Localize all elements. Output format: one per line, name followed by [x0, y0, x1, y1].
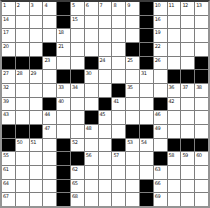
cell-r12c7[interactable]: 56	[85, 152, 98, 165]
cell-r12c1[interactable]: 55	[2, 152, 15, 165]
clue-number: 21	[58, 43, 63, 49]
cell-r2c8[interactable]	[99, 16, 112, 29]
cell-r2c2[interactable]	[16, 16, 29, 29]
cell-r10c5[interactable]	[57, 125, 70, 138]
cell-r11c4[interactable]	[43, 139, 56, 152]
clue-number: 65	[72, 180, 77, 186]
clue-number: 60	[196, 152, 201, 158]
clue-number: 64	[3, 180, 8, 186]
block-cell-r15c5	[57, 193, 70, 206]
cell-r10c8[interactable]	[99, 125, 112, 138]
cell-r12c10[interactable]	[126, 152, 139, 165]
clue-number: 29	[31, 70, 36, 76]
clue-number: 55	[3, 152, 8, 158]
block-cell-r7c9	[112, 84, 125, 97]
block-cell-r8c12	[154, 98, 167, 111]
cell-r7c7[interactable]	[85, 84, 98, 97]
block-cell-r5c1	[2, 57, 15, 70]
cell-r8c14[interactable]	[181, 98, 194, 111]
cell-r4c12[interactable]: 22	[154, 43, 167, 56]
block-cell-r8c8	[99, 98, 112, 111]
cell-r14c14[interactable]	[181, 180, 194, 193]
cell-r2c3[interactable]	[30, 16, 43, 29]
cell-r7c11[interactable]	[140, 84, 153, 97]
cell-r14c7[interactable]	[85, 180, 98, 193]
cell-r12c9[interactable]: 57	[112, 152, 125, 165]
cell-r8c11[interactable]	[140, 98, 153, 111]
cell-r1c13[interactable]: 11	[168, 2, 181, 15]
cell-r3c12[interactable]: 19	[154, 29, 167, 42]
cell-r13c3[interactable]	[30, 166, 43, 179]
cell-r14c9[interactable]	[112, 180, 125, 193]
cell-r4c13[interactable]	[168, 43, 181, 56]
clue-number: 37	[182, 84, 187, 90]
cell-r15c12[interactable]: 69	[154, 193, 167, 206]
cell-r13c4[interactable]	[43, 166, 56, 179]
clue-number: 33	[58, 84, 63, 90]
clue-number: 62	[72, 166, 77, 172]
clue-number: 61	[3, 166, 8, 172]
block-cell-r13c5	[57, 166, 70, 179]
clue-number: 13	[196, 2, 201, 8]
clue-number: 16	[155, 16, 160, 22]
crossword-puzzle: 1234567891011121314151617181920212223242…	[0, 0, 210, 208]
cell-r3c5[interactable]: 18	[57, 29, 70, 42]
cell-r1c8[interactable]: 7	[99, 2, 112, 15]
cell-r9c1[interactable]: 43	[2, 111, 15, 124]
cell-r3c14[interactable]	[181, 29, 194, 42]
cell-r8c10[interactable]	[126, 98, 139, 111]
cell-r9c14[interactable]	[181, 111, 194, 124]
block-cell-r1c5	[57, 2, 70, 15]
cell-r5c13[interactable]	[168, 57, 181, 70]
cell-r3c6[interactable]	[71, 29, 84, 42]
clue-number: 44	[44, 111, 49, 117]
clue-number: 45	[100, 111, 105, 117]
cell-r10c13[interactable]	[168, 125, 181, 138]
clue-number: 17	[3, 29, 8, 35]
cell-r2c7[interactable]	[85, 16, 98, 29]
clue-number: 41	[113, 98, 118, 104]
block-cell-r10c10	[126, 125, 139, 138]
cell-r3c8[interactable]	[99, 29, 112, 42]
cell-r13c7[interactable]	[85, 166, 98, 179]
block-cell-r4c11	[140, 43, 153, 56]
cell-r1c7[interactable]: 6	[85, 2, 98, 15]
cell-r14c10[interactable]	[126, 180, 139, 193]
cell-r13c12[interactable]: 63	[154, 166, 167, 179]
block-cell-r11c5	[57, 139, 70, 152]
cell-r13c2[interactable]	[16, 166, 29, 179]
cell-r15c4[interactable]	[43, 193, 56, 206]
cell-r6c10[interactable]	[126, 70, 139, 83]
block-cell-r5c15	[195, 57, 208, 70]
cell-r15c14[interactable]	[181, 193, 194, 206]
block-cell-r14c5	[57, 180, 70, 193]
cell-r13c10[interactable]	[126, 166, 139, 179]
cell-r2c14[interactable]	[181, 16, 194, 29]
cell-r15c1[interactable]: 67	[2, 193, 15, 206]
cell-r2c15[interactable]	[195, 16, 208, 29]
cell-r11c2[interactable]: 50	[16, 139, 29, 152]
clue-number: 19	[155, 29, 160, 35]
clue-number: 47	[44, 125, 49, 131]
cell-r14c1[interactable]: 64	[2, 180, 15, 193]
cell-r4c3[interactable]	[30, 43, 43, 56]
clue-number: 43	[3, 111, 8, 117]
block-cell-r2c5	[57, 16, 70, 29]
block-cell-r11c15	[195, 139, 208, 152]
cell-r7c8[interactable]	[99, 84, 112, 97]
block-cell-r10c3	[30, 125, 43, 138]
clue-number: 53	[127, 139, 132, 145]
block-cell-r6c14	[181, 70, 194, 83]
cell-r14c8[interactable]	[99, 180, 112, 193]
clue-number: 3	[31, 2, 34, 8]
cell-r5c12[interactable]: 26	[154, 57, 167, 70]
cell-r9c13[interactable]	[168, 111, 181, 124]
cell-r7c6[interactable]: 34	[71, 84, 84, 97]
cell-r15c3[interactable]	[30, 193, 43, 206]
cell-r9c9[interactable]	[112, 111, 125, 124]
cell-r9c11[interactable]	[140, 111, 153, 124]
clue-number: 31	[141, 70, 146, 76]
cell-r2c10[interactable]	[126, 16, 139, 29]
cell-r10c6[interactable]	[71, 125, 84, 138]
clue-number: 27	[3, 70, 8, 76]
clue-number: 54	[141, 139, 146, 145]
block-cell-r6c6	[71, 70, 84, 83]
cell-r15c9[interactable]	[112, 193, 125, 206]
block-cell-r5c2	[16, 57, 29, 70]
block-cell-r11c14	[181, 139, 194, 152]
cell-r15c15[interactable]	[195, 193, 208, 206]
clue-number: 7	[100, 2, 103, 8]
cell-r1c1[interactable]: 1	[2, 2, 15, 15]
block-cell-r12c6	[71, 152, 84, 165]
clue-number: 1	[3, 2, 6, 8]
cell-r9c5[interactable]	[57, 111, 70, 124]
block-cell-r11c9	[112, 139, 125, 152]
clue-number: 15	[72, 16, 77, 22]
cell-r6c9[interactable]	[112, 70, 125, 83]
cell-r7c13[interactable]: 36	[168, 84, 181, 97]
clue-number: 32	[3, 84, 8, 90]
clue-number: 34	[72, 84, 77, 90]
clue-number: 48	[86, 125, 91, 131]
block-cell-r12c5	[57, 152, 70, 165]
cell-r9c3[interactable]	[30, 111, 43, 124]
cell-r12c15[interactable]: 60	[195, 152, 208, 165]
block-cell-r8c4	[43, 98, 56, 111]
clue-number: 50	[17, 139, 22, 145]
cell-r7c10[interactable]: 35	[126, 84, 139, 97]
cell-r8c6[interactable]	[71, 98, 84, 111]
cell-r13c13[interactable]	[168, 166, 181, 179]
cell-r1c2[interactable]: 2	[16, 2, 29, 15]
cell-r12c3[interactable]	[30, 152, 43, 165]
cell-r10c12[interactable]: 49	[154, 125, 167, 138]
cell-r14c4[interactable]	[43, 180, 56, 193]
clue-number: 39	[3, 98, 8, 104]
clue-number: 35	[127, 84, 132, 90]
cell-r10c7[interactable]: 48	[85, 125, 98, 138]
clue-number: 12	[182, 2, 187, 8]
cell-r12c13[interactable]: 58	[168, 152, 181, 165]
cell-r6c12[interactable]	[154, 70, 167, 83]
cell-r9c8[interactable]: 45	[99, 111, 112, 124]
cell-r1c6[interactable]: 5	[71, 2, 84, 15]
clue-number: 25	[127, 57, 132, 63]
cell-r13c8[interactable]	[99, 166, 112, 179]
clue-number: 24	[100, 57, 105, 63]
cell-r7c14[interactable]: 37	[181, 84, 194, 97]
cell-r5c9[interactable]	[112, 57, 125, 70]
clue-number: 10	[155, 2, 160, 8]
clue-number: 51	[31, 139, 36, 145]
cell-r3c3[interactable]	[30, 29, 43, 42]
clue-number: 59	[182, 152, 187, 158]
cell-r13c6[interactable]: 62	[71, 166, 84, 179]
cell-r4c14[interactable]	[181, 43, 194, 56]
block-cell-r11c1	[2, 139, 15, 152]
cell-r1c15[interactable]: 13	[195, 2, 208, 15]
block-cell-r4c4	[43, 43, 56, 56]
clue-number: 68	[72, 193, 77, 199]
cell-r5c4[interactable]: 23	[43, 57, 56, 70]
cell-r14c2[interactable]	[16, 180, 29, 193]
cell-r1c14[interactable]: 12	[181, 2, 194, 15]
block-cell-r10c2	[16, 125, 29, 138]
cell-r2c9[interactable]	[112, 16, 125, 29]
cell-r3c7[interactable]	[85, 29, 98, 42]
block-cell-r6c13	[168, 70, 181, 83]
cell-r15c6[interactable]: 68	[71, 193, 84, 206]
clue-number: 69	[155, 193, 160, 199]
cell-r1c9[interactable]: 8	[112, 2, 125, 15]
cell-r13c15[interactable]	[195, 166, 208, 179]
cell-r6c11[interactable]: 31	[140, 70, 153, 83]
cell-r8c1[interactable]: 39	[2, 98, 15, 111]
cell-r12c2[interactable]	[16, 152, 29, 165]
cell-r15c7[interactable]	[85, 193, 98, 206]
clue-number: 63	[155, 166, 160, 172]
cell-r11c6[interactable]: 52	[71, 139, 84, 152]
cell-r14c12[interactable]: 66	[154, 180, 167, 193]
cell-r3c13[interactable]	[168, 29, 181, 42]
cell-r6c8[interactable]	[99, 70, 112, 83]
cell-r3c1[interactable]: 17	[2, 29, 15, 42]
cell-r5c6[interactable]	[71, 57, 84, 70]
cell-r6c3[interactable]: 29	[30, 70, 43, 83]
cell-r6c7[interactable]: 30	[85, 70, 98, 83]
cell-r6c4[interactable]	[43, 70, 56, 83]
cell-r2c1[interactable]: 14	[2, 16, 15, 29]
cell-r8c15[interactable]	[195, 98, 208, 111]
cell-r3c2[interactable]	[16, 29, 29, 42]
cell-r9c12[interactable]: 46	[154, 111, 167, 124]
cell-r12c8[interactable]	[99, 152, 112, 165]
cell-r14c13[interactable]	[168, 180, 181, 193]
block-cell-r12c12	[154, 152, 167, 165]
block-cell-r15c11	[140, 193, 153, 206]
block-cell-r10c11	[140, 125, 153, 138]
cell-r3c15[interactable]	[195, 29, 208, 42]
cell-r7c2[interactable]	[16, 84, 29, 97]
block-cell-r1c11	[140, 2, 153, 15]
clue-number: 58	[169, 152, 174, 158]
cell-r7c3[interactable]	[30, 84, 43, 97]
cell-r8c2[interactable]	[16, 98, 29, 111]
cell-r6c1[interactable]: 27	[2, 70, 15, 83]
block-cell-r14c11	[140, 180, 153, 193]
cell-r12c4[interactable]	[43, 152, 56, 165]
cell-r15c8[interactable]	[99, 193, 112, 206]
cell-r13c11[interactable]	[140, 166, 153, 179]
cell-r12c14[interactable]: 59	[181, 152, 194, 165]
cell-r10c14[interactable]	[181, 125, 194, 138]
cell-r11c3[interactable]: 51	[30, 139, 43, 152]
cell-r3c9[interactable]	[112, 29, 125, 42]
cell-r4c8[interactable]	[99, 43, 112, 56]
block-cell-r9c7	[85, 111, 98, 124]
cell-r7c5[interactable]: 33	[57, 84, 70, 97]
cell-r8c3[interactable]	[30, 98, 43, 111]
cell-r2c4[interactable]	[43, 16, 56, 29]
cell-r11c8[interactable]	[99, 139, 112, 152]
clue-number: 56	[86, 152, 91, 158]
cell-r15c10[interactable]	[126, 193, 139, 206]
block-cell-r5c7	[85, 57, 98, 70]
cell-r11c10[interactable]: 53	[126, 139, 139, 152]
cell-r9c10[interactable]	[126, 111, 139, 124]
cell-r4c2[interactable]	[16, 43, 29, 56]
cell-r1c3[interactable]: 3	[30, 2, 43, 15]
cell-r7c12[interactable]	[154, 84, 167, 97]
block-cell-r6c15	[195, 70, 208, 83]
cell-r4c15[interactable]	[195, 43, 208, 56]
cell-r15c13[interactable]	[168, 193, 181, 206]
cell-r11c12[interactable]	[154, 139, 167, 152]
cell-r1c4[interactable]: 4	[43, 2, 56, 15]
clue-number: 46	[155, 111, 160, 117]
clue-number: 9	[127, 2, 130, 8]
clue-number: 42	[169, 98, 174, 104]
cell-r9c15[interactable]	[195, 111, 208, 124]
cell-r13c1[interactable]: 61	[2, 166, 15, 179]
cell-r5c14[interactable]	[181, 57, 194, 70]
cell-r8c9[interactable]: 41	[112, 98, 125, 111]
cell-r14c15[interactable]	[195, 180, 208, 193]
cell-r9c4[interactable]: 44	[43, 111, 56, 124]
cell-r6c2[interactable]: 28	[16, 70, 29, 83]
cell-r7c1[interactable]: 32	[2, 84, 15, 97]
block-cell-r5c11	[140, 57, 153, 70]
clue-number: 6	[86, 2, 89, 8]
clue-number: 23	[44, 57, 49, 63]
clue-number: 36	[169, 84, 174, 90]
clue-number: 52	[72, 139, 77, 145]
cell-r2c6[interactable]: 15	[71, 16, 84, 29]
clue-number: 11	[169, 2, 174, 8]
clue-number: 8	[113, 2, 116, 8]
cell-r13c14[interactable]	[181, 166, 194, 179]
cell-r1c12[interactable]: 10	[154, 2, 167, 15]
clue-number: 14	[3, 16, 8, 22]
cell-r8c5[interactable]: 40	[57, 98, 70, 111]
cell-r3c10[interactable]	[126, 29, 139, 42]
cell-r10c15[interactable]	[195, 125, 208, 138]
cell-r10c4[interactable]: 47	[43, 125, 56, 138]
block-cell-r3c11	[140, 29, 153, 42]
clue-number: 30	[86, 70, 91, 76]
cell-r9c2[interactable]	[16, 111, 29, 124]
cell-r5c5[interactable]	[57, 57, 70, 70]
clue-number: 38	[196, 84, 201, 90]
clue-number: 66	[155, 180, 160, 186]
cell-r2c12[interactable]: 16	[154, 16, 167, 29]
cell-r15c2[interactable]	[16, 193, 29, 206]
crossword-grid: 1234567891011121314151617181920212223242…	[2, 2, 208, 206]
cell-r4c9[interactable]	[112, 43, 125, 56]
clue-number: 49	[155, 125, 160, 131]
cell-r13c9[interactable]	[112, 166, 125, 179]
cell-r5c8[interactable]: 24	[99, 57, 112, 70]
cell-r11c7[interactable]	[85, 139, 98, 152]
cell-r8c13[interactable]: 42	[168, 98, 181, 111]
cell-r14c3[interactable]	[30, 180, 43, 193]
cell-r3c4[interactable]	[43, 29, 56, 42]
clue-number: 4	[44, 2, 47, 8]
clue-number: 18	[58, 29, 63, 35]
block-cell-r6c5	[57, 70, 70, 83]
clue-number: 40	[58, 98, 63, 104]
cell-r7c15[interactable]: 38	[195, 84, 208, 97]
block-cell-r2c11	[140, 16, 153, 29]
clue-number: 67	[3, 193, 8, 199]
clue-number: 20	[3, 43, 8, 49]
clue-number: 22	[155, 43, 160, 49]
clue-number: 57	[113, 152, 118, 158]
cell-r4c6[interactable]	[71, 43, 84, 56]
cell-r4c1[interactable]: 20	[2, 43, 15, 56]
cell-r11c11[interactable]: 54	[140, 139, 153, 152]
cell-r8c7[interactable]	[85, 98, 98, 111]
cell-r14c6[interactable]: 65	[71, 180, 84, 193]
block-cell-r5c3	[30, 57, 43, 70]
block-cell-r10c1	[2, 125, 15, 138]
block-cell-r4c10	[126, 43, 139, 56]
cell-r5c10[interactable]: 25	[126, 57, 139, 70]
cell-r1c10[interactable]: 9	[126, 2, 139, 15]
clue-number: 5	[72, 2, 75, 8]
cell-r4c5[interactable]: 21	[57, 43, 70, 56]
block-cell-r11c13	[168, 139, 181, 152]
cell-r2c13[interactable]	[168, 16, 181, 29]
clue-number: 28	[17, 70, 22, 76]
clue-number: 26	[155, 57, 160, 63]
cell-r4c7[interactable]	[85, 43, 98, 56]
cell-r12c11[interactable]	[140, 152, 153, 165]
cell-r10c9[interactable]	[112, 125, 125, 138]
cell-r7c4[interactable]	[43, 84, 56, 97]
cell-r9c6[interactable]	[71, 111, 84, 124]
clue-number: 2	[17, 2, 20, 8]
